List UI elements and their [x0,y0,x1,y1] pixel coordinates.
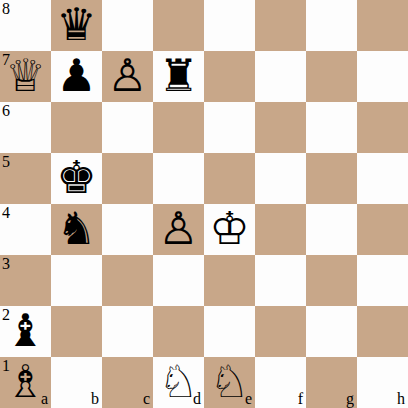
square-e2[interactable] [204,306,255,357]
square-b1[interactable]: b [51,357,102,408]
piece-white-knight-d1[interactable]: ♘ [158,356,198,407]
file-label-g: g [346,391,354,407]
piece-black-knight-b4[interactable]: ♞ [56,203,96,254]
square-c8[interactable] [102,0,153,51]
square-g6[interactable] [306,102,357,153]
piece-white-pawn-d4[interactable]: ♙ [158,203,198,254]
square-a2[interactable]: ♝2 [0,306,51,357]
square-e1[interactable]: ♘e [204,357,255,408]
square-h8[interactable] [357,0,408,51]
piece-white-bishop-a1[interactable]: ♗ [5,356,45,407]
square-c3[interactable] [102,255,153,306]
square-b7[interactable]: ♟ [51,51,102,102]
square-a1[interactable]: ♗1a [0,357,51,408]
square-d8[interactable] [153,0,204,51]
square-g7[interactable] [306,51,357,102]
square-c2[interactable] [102,306,153,357]
chess-board: 8♛♕7♟♙♜65♚4♞♙♔3♝2♗1abc♘d♘efgh [0,0,408,408]
square-h1[interactable]: h [357,357,408,408]
file-label-f: f [298,391,303,407]
square-f8[interactable] [255,0,306,51]
square-h2[interactable] [357,306,408,357]
square-g5[interactable] [306,153,357,204]
square-b5[interactable]: ♚ [51,153,102,204]
square-f1[interactable]: f [255,357,306,408]
square-b4[interactable]: ♞ [51,204,102,255]
square-d4[interactable]: ♙ [153,204,204,255]
square-a4[interactable]: 4 [0,204,51,255]
rank-label-3: 3 [2,256,10,272]
square-d1[interactable]: ♘d [153,357,204,408]
piece-white-pawn-c7[interactable]: ♙ [107,50,147,101]
square-d5[interactable] [153,153,204,204]
rank-label-4: 4 [2,205,10,221]
square-c5[interactable] [102,153,153,204]
file-label-b: b [91,391,99,407]
square-c7[interactable]: ♙ [102,51,153,102]
square-f3[interactable] [255,255,306,306]
square-g2[interactable] [306,306,357,357]
square-c6[interactable] [102,102,153,153]
square-c1[interactable]: c [102,357,153,408]
square-f6[interactable] [255,102,306,153]
file-label-c: c [143,391,150,407]
square-h7[interactable] [357,51,408,102]
square-f5[interactable] [255,153,306,204]
square-d7[interactable]: ♜ [153,51,204,102]
piece-white-queen-a7[interactable]: ♕ [5,50,45,101]
square-e5[interactable] [204,153,255,204]
square-h3[interactable] [357,255,408,306]
square-d3[interactable] [153,255,204,306]
rank-label-6: 6 [2,103,10,119]
rank-label-5: 5 [2,154,10,170]
square-a5[interactable]: 5 [0,153,51,204]
square-h5[interactable] [357,153,408,204]
square-f7[interactable] [255,51,306,102]
square-b3[interactable] [51,255,102,306]
square-d2[interactable] [153,306,204,357]
piece-black-bishop-a2[interactable]: ♝ [5,305,45,356]
square-a3[interactable]: 3 [0,255,51,306]
square-f2[interactable] [255,306,306,357]
square-c4[interactable] [102,204,153,255]
piece-black-rook-d7[interactable]: ♜ [158,50,198,101]
square-e6[interactable] [204,102,255,153]
square-b8[interactable]: ♛ [51,0,102,51]
square-a8[interactable]: 8 [0,0,51,51]
square-g3[interactable] [306,255,357,306]
square-e8[interactable] [204,0,255,51]
piece-black-pawn-b7[interactable]: ♟ [56,50,96,101]
square-g8[interactable] [306,0,357,51]
square-g1[interactable]: g [306,357,357,408]
square-f4[interactable] [255,204,306,255]
square-a6[interactable]: 6 [0,102,51,153]
square-a7[interactable]: ♕7 [0,51,51,102]
square-e7[interactable] [204,51,255,102]
square-h6[interactable] [357,102,408,153]
square-h4[interactable] [357,204,408,255]
square-e3[interactable] [204,255,255,306]
piece-black-queen-b8[interactable]: ♛ [56,0,96,50]
chess-board-container: 8♛♕7♟♙♜65♚4♞♙♔3♝2♗1abc♘d♘efgh [0,0,408,408]
file-label-h: h [397,391,405,407]
square-b2[interactable] [51,306,102,357]
piece-white-knight-e1[interactable]: ♘ [209,356,249,407]
piece-black-king-b5[interactable]: ♚ [56,152,96,203]
square-d6[interactable] [153,102,204,153]
rank-label-8: 8 [2,1,10,17]
square-g4[interactable] [306,204,357,255]
piece-white-king-e4[interactable]: ♔ [209,203,249,254]
square-b6[interactable] [51,102,102,153]
square-e4[interactable]: ♔ [204,204,255,255]
